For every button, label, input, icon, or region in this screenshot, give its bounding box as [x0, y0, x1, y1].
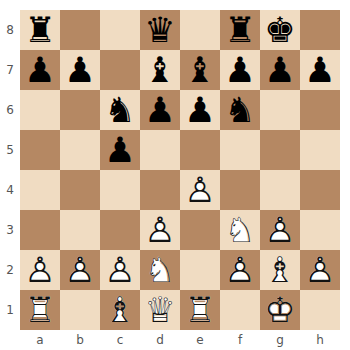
white-pawn[interactable]: ♟♙	[100, 250, 140, 290]
white-knight[interactable]: ♞♘	[140, 250, 180, 290]
white-pawn[interactable]: ♟♙	[20, 250, 60, 290]
black-pawn-body: ♟	[20, 50, 60, 90]
square-d1[interactable]: ♛♕	[140, 290, 180, 330]
black-rook-body: ♜	[20, 10, 60, 50]
black-pawn[interactable]: ♟	[260, 50, 300, 90]
square-f7[interactable]: ♟	[220, 50, 260, 90]
white-bishop[interactable]: ♝♗	[260, 250, 300, 290]
black-knight-body: ♞	[100, 90, 140, 130]
square-b8[interactable]	[60, 10, 100, 50]
black-bishop[interactable]: ♝	[180, 50, 220, 90]
black-pawn-body: ♟	[260, 50, 300, 90]
square-c2[interactable]: ♟♙	[100, 250, 140, 290]
black-rook[interactable]: ♜	[220, 10, 260, 50]
square-e1[interactable]: ♜♖	[180, 290, 220, 330]
square-f1[interactable]	[220, 290, 260, 330]
square-e6[interactable]: ♟	[180, 90, 220, 130]
white-pawn-outline: ♙	[20, 250, 60, 290]
square-e3[interactable]	[180, 210, 220, 250]
white-pawn-outline: ♙	[140, 210, 180, 250]
square-c4[interactable]	[100, 170, 140, 210]
white-knight-outline: ♘	[140, 250, 180, 290]
square-e8[interactable]	[180, 10, 220, 50]
black-pawn-body: ♟	[300, 50, 340, 90]
square-f2[interactable]: ♟♙	[220, 250, 260, 290]
square-d7[interactable]: ♝	[140, 50, 180, 90]
black-pawn[interactable]: ♟	[20, 50, 60, 90]
white-king[interactable]: ♚♔	[260, 290, 300, 330]
rank-label-6: 6	[0, 90, 20, 130]
square-a4[interactable]	[20, 170, 60, 210]
white-pawn-outline: ♙	[180, 170, 220, 210]
file-label-a: a	[20, 330, 60, 350]
black-pawn-body: ♟	[60, 50, 100, 90]
black-pawn[interactable]: ♟	[220, 50, 260, 90]
black-queen-body: ♛	[140, 10, 180, 50]
white-pawn[interactable]: ♟♙	[140, 210, 180, 250]
square-f6[interactable]: ♞	[220, 90, 260, 130]
black-pawn[interactable]: ♟	[100, 130, 140, 170]
white-pawn-outline: ♙	[100, 250, 140, 290]
square-c3[interactable]	[100, 210, 140, 250]
square-g1[interactable]: ♚♔	[260, 290, 300, 330]
white-queen[interactable]: ♛♕	[140, 290, 180, 330]
white-rook-outline: ♖	[20, 290, 60, 330]
white-rook[interactable]: ♜♖	[180, 290, 220, 330]
black-rook-body: ♜	[220, 10, 260, 50]
square-c6[interactable]: ♞	[100, 90, 140, 130]
rank-label-5: 5	[0, 130, 20, 170]
board: ♜♛♜♚♟♟♝♝♟♟♟♞♟♟♞♟♟♙♟♙♞♘♟♙♟♙♟♙♟♙♞♘♟♙♝♗♟♙♜♖…	[20, 10, 340, 330]
white-king-outline: ♔	[260, 290, 300, 330]
black-queen[interactable]: ♛	[140, 10, 180, 50]
file-label-d: d	[140, 330, 180, 350]
square-b6[interactable]	[60, 90, 100, 130]
white-knight-outline: ♘	[220, 210, 260, 250]
rank-label-3: 3	[0, 210, 20, 250]
square-h7[interactable]: ♟	[300, 50, 340, 90]
black-bishop-body: ♝	[140, 50, 180, 90]
square-c7[interactable]	[100, 50, 140, 90]
white-pawn[interactable]: ♟♙	[180, 170, 220, 210]
square-b1[interactable]	[60, 290, 100, 330]
square-d2[interactable]: ♞♘	[140, 250, 180, 290]
file-labels: abcdefgh	[20, 330, 340, 350]
rank-label-2: 2	[0, 250, 20, 290]
square-d3[interactable]: ♟♙	[140, 210, 180, 250]
rank-label-4: 4	[0, 170, 20, 210]
white-pawn-outline: ♙	[300, 250, 340, 290]
white-pawn[interactable]: ♟♙	[300, 250, 340, 290]
black-knight[interactable]: ♞	[100, 90, 140, 130]
white-pawn-outline: ♙	[60, 250, 100, 290]
square-h4[interactable]	[300, 170, 340, 210]
black-bishop-body: ♝	[180, 50, 220, 90]
square-e4[interactable]: ♟♙	[180, 170, 220, 210]
square-g2[interactable]: ♝♗	[260, 250, 300, 290]
square-h8[interactable]	[300, 10, 340, 50]
file-label-e: e	[180, 330, 220, 350]
square-a6[interactable]	[20, 90, 60, 130]
white-bishop-outline: ♗	[100, 290, 140, 330]
rank-label-7: 7	[0, 50, 20, 90]
file-label-b: b	[60, 330, 100, 350]
square-a2[interactable]: ♟♙	[20, 250, 60, 290]
square-a7[interactable]: ♟	[20, 50, 60, 90]
square-g3[interactable]: ♟♙	[260, 210, 300, 250]
black-knight[interactable]: ♞	[220, 90, 260, 130]
rank-label-1: 1	[0, 290, 20, 330]
white-rook-outline: ♖	[180, 290, 220, 330]
square-f4[interactable]	[220, 170, 260, 210]
white-queen-outline: ♕	[140, 290, 180, 330]
square-h3[interactable]	[300, 210, 340, 250]
chess-app: 87654321 ♜♛♜♚♟♟♝♝♟♟♟♞♟♟♞♟♟♙♟♙♞♘♟♙♟♙♟♙♟♙♞…	[0, 0, 350, 350]
black-pawn[interactable]: ♟	[60, 50, 100, 90]
black-bishop[interactable]: ♝	[140, 50, 180, 90]
square-c5[interactable]: ♟	[100, 130, 140, 170]
white-pawn[interactable]: ♟♙	[220, 250, 260, 290]
white-pawn-outline: ♙	[220, 250, 260, 290]
black-rook[interactable]: ♜	[20, 10, 60, 50]
square-b3[interactable]	[60, 210, 100, 250]
white-rook[interactable]: ♜♖	[20, 290, 60, 330]
square-g8[interactable]: ♚	[260, 10, 300, 50]
square-g7[interactable]: ♟	[260, 50, 300, 90]
file-label-g: g	[260, 330, 300, 350]
square-f5[interactable]	[220, 130, 260, 170]
white-pawn[interactable]: ♟♙	[260, 210, 300, 250]
black-pawn-body: ♟	[220, 50, 260, 90]
black-pawn[interactable]: ♟	[180, 90, 220, 130]
square-g4[interactable]	[260, 170, 300, 210]
rank-label-8: 8	[0, 10, 20, 50]
square-d4[interactable]	[140, 170, 180, 210]
square-a8[interactable]: ♜	[20, 10, 60, 50]
black-pawn-body: ♟	[140, 90, 180, 130]
white-knight[interactable]: ♞♘	[220, 210, 260, 250]
square-a1[interactable]: ♜♖	[20, 290, 60, 330]
rank-labels: 87654321	[0, 10, 20, 330]
square-d6[interactable]: ♟	[140, 90, 180, 130]
square-b5[interactable]	[60, 130, 100, 170]
square-g6[interactable]	[260, 90, 300, 130]
square-e2[interactable]	[180, 250, 220, 290]
white-bishop[interactable]: ♝♗	[100, 290, 140, 330]
square-g5[interactable]	[260, 130, 300, 170]
square-f8[interactable]: ♜	[220, 10, 260, 50]
white-bishop-outline: ♗	[260, 250, 300, 290]
file-label-f: f	[220, 330, 260, 350]
square-c1[interactable]: ♝♗	[100, 290, 140, 330]
square-h2[interactable]: ♟♙	[300, 250, 340, 290]
square-h6[interactable]	[300, 90, 340, 130]
square-e7[interactable]: ♝	[180, 50, 220, 90]
square-e5[interactable]	[180, 130, 220, 170]
square-f3[interactable]: ♞♘	[220, 210, 260, 250]
black-king[interactable]: ♚	[260, 10, 300, 50]
white-pawn-outline: ♙	[260, 210, 300, 250]
square-h5[interactable]	[300, 130, 340, 170]
square-d5[interactable]	[140, 130, 180, 170]
white-pawn[interactable]: ♟♙	[60, 250, 100, 290]
black-pawn-body: ♟	[180, 90, 220, 130]
square-h1[interactable]	[300, 290, 340, 330]
square-b4[interactable]	[60, 170, 100, 210]
square-b2[interactable]: ♟♙	[60, 250, 100, 290]
square-c8[interactable]	[100, 10, 140, 50]
file-label-h: h	[300, 330, 340, 350]
black-pawn-body: ♟	[100, 130, 140, 170]
square-b7[interactable]: ♟	[60, 50, 100, 90]
black-knight-body: ♞	[220, 90, 260, 130]
square-a5[interactable]	[20, 130, 60, 170]
file-label-c: c	[100, 330, 140, 350]
black-king-body: ♚	[260, 10, 300, 50]
black-pawn[interactable]: ♟	[140, 90, 180, 130]
square-d8[interactable]: ♛	[140, 10, 180, 50]
square-a3[interactable]	[20, 210, 60, 250]
black-pawn[interactable]: ♟	[300, 50, 340, 90]
